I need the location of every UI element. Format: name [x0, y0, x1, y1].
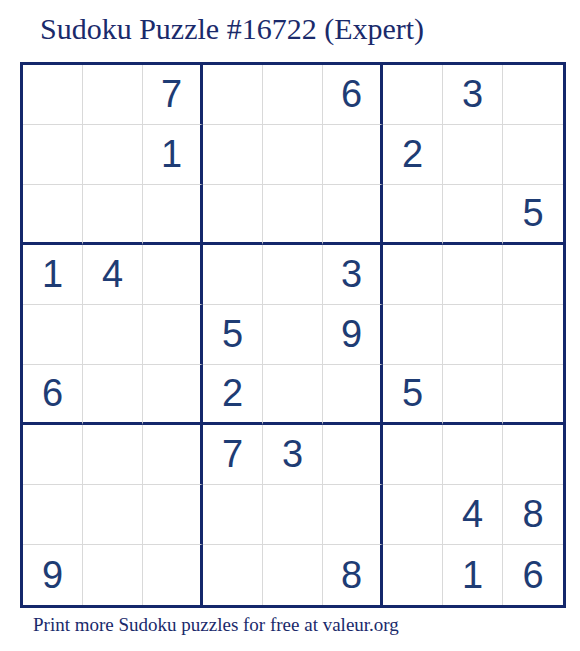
- cell-r6c8: [443, 365, 503, 425]
- cell-r8c9: 8: [503, 485, 563, 545]
- cell-r4c5: [263, 245, 323, 305]
- cell-r7c9: [503, 425, 563, 485]
- cell-r7c6: [323, 425, 383, 485]
- cell-r1c6: 6: [323, 65, 383, 125]
- cell-r5c5: [263, 305, 323, 365]
- cell-r5c4: 5: [203, 305, 263, 365]
- cell-r6c3: [143, 365, 203, 425]
- cell-r1c8: 3: [443, 65, 503, 125]
- cell-r3c9: 5: [503, 185, 563, 245]
- cell-r3c3: [143, 185, 203, 245]
- cell-r7c7: [383, 425, 443, 485]
- cell-r8c2: [83, 485, 143, 545]
- cell-r2c3: 1: [143, 125, 203, 185]
- cell-r3c5: [263, 185, 323, 245]
- cell-r9c7: [383, 545, 443, 605]
- cell-r4c2: 4: [83, 245, 143, 305]
- cell-r8c8: 4: [443, 485, 503, 545]
- cell-r5c8: [443, 305, 503, 365]
- cell-r3c2: [83, 185, 143, 245]
- cell-r9c2: [83, 545, 143, 605]
- cell-r2c9: [503, 125, 563, 185]
- cell-r3c7: [383, 185, 443, 245]
- cell-r6c7: 5: [383, 365, 443, 425]
- cell-r7c1: [23, 425, 83, 485]
- cell-r1c3: 7: [143, 65, 203, 125]
- cell-r6c1: 6: [23, 365, 83, 425]
- cell-r2c4: [203, 125, 263, 185]
- cell-r8c4: [203, 485, 263, 545]
- cell-r3c4: [203, 185, 263, 245]
- sudoku-board: 7631251435962573489816: [20, 62, 566, 608]
- cell-r4c4: [203, 245, 263, 305]
- cell-r5c7: [383, 305, 443, 365]
- cell-r8c7: [383, 485, 443, 545]
- cell-r7c5: 3: [263, 425, 323, 485]
- cell-r7c2: [83, 425, 143, 485]
- cell-r1c2: [83, 65, 143, 125]
- cell-r9c3: [143, 545, 203, 605]
- cell-r2c6: [323, 125, 383, 185]
- cell-r4c8: [443, 245, 503, 305]
- cell-r1c4: [203, 65, 263, 125]
- cell-r8c1: [23, 485, 83, 545]
- cell-r1c7: [383, 65, 443, 125]
- cell-r7c4: 7: [203, 425, 263, 485]
- cell-r9c4: [203, 545, 263, 605]
- cell-r8c3: [143, 485, 203, 545]
- cell-r2c2: [83, 125, 143, 185]
- cell-r9c8: 1: [443, 545, 503, 605]
- page-title: Sudoku Puzzle #16722 (Expert): [40, 12, 424, 45]
- footer-note: Print more Sudoku puzzles for free at va…: [33, 614, 399, 636]
- cell-r5c3: [143, 305, 203, 365]
- cell-r6c5: [263, 365, 323, 425]
- cell-r4c7: [383, 245, 443, 305]
- cell-r8c5: [263, 485, 323, 545]
- cell-r8c6: [323, 485, 383, 545]
- cell-r2c8: [443, 125, 503, 185]
- cell-r4c1: 1: [23, 245, 83, 305]
- cell-r5c6: 9: [323, 305, 383, 365]
- cell-r1c1: [23, 65, 83, 125]
- cell-r1c9: [503, 65, 563, 125]
- cell-r6c6: [323, 365, 383, 425]
- cell-r6c2: [83, 365, 143, 425]
- cell-r7c3: [143, 425, 203, 485]
- cell-r4c3: [143, 245, 203, 305]
- cell-r9c9: 6: [503, 545, 563, 605]
- cell-r3c8: [443, 185, 503, 245]
- cell-r5c9: [503, 305, 563, 365]
- cell-r9c6: 8: [323, 545, 383, 605]
- cell-r2c5: [263, 125, 323, 185]
- cell-r9c5: [263, 545, 323, 605]
- cell-r5c1: [23, 305, 83, 365]
- cell-r4c6: 3: [323, 245, 383, 305]
- cell-r2c7: 2: [383, 125, 443, 185]
- cell-r1c5: [263, 65, 323, 125]
- cell-r6c4: 2: [203, 365, 263, 425]
- cell-r6c9: [503, 365, 563, 425]
- cell-r3c6: [323, 185, 383, 245]
- cell-r7c8: [443, 425, 503, 485]
- cell-r2c1: [23, 125, 83, 185]
- cell-r5c2: [83, 305, 143, 365]
- cell-r3c1: [23, 185, 83, 245]
- cell-r9c1: 9: [23, 545, 83, 605]
- cell-r4c9: [503, 245, 563, 305]
